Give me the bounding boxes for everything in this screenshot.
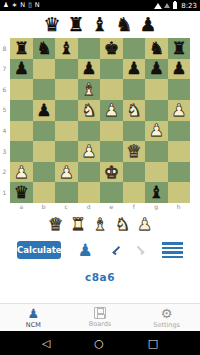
square-a8[interactable]: ♜	[10, 38, 33, 59]
square-d5[interactable]: ♞	[78, 100, 101, 121]
file-label-f: f	[123, 203, 146, 210]
square-c6[interactable]	[55, 79, 78, 100]
piece-black-bishop[interactable]: ♝	[149, 184, 164, 201]
chevron-left-icon[interactable]	[112, 246, 121, 255]
square-a7[interactable]: ♟	[10, 59, 33, 80]
piece-black-pawn[interactable]: ♟	[149, 60, 164, 77]
square-g4[interactable]: ♟	[145, 121, 168, 142]
square-e1[interactable]	[100, 182, 123, 203]
wifi-icon	[154, 3, 162, 9]
square-b6[interactable]	[33, 79, 56, 100]
square-g3[interactable]	[145, 141, 168, 162]
piece-black-queen[interactable]: ♛	[14, 184, 29, 201]
spare-white-bishop[interactable]: ♝	[92, 216, 107, 233]
square-f3[interactable]: ♛	[123, 141, 146, 162]
rank-label-1: 1	[0, 189, 9, 196]
rank-label-3: 3	[0, 148, 9, 155]
square-d3[interactable]: ♟	[78, 141, 101, 162]
square-b2[interactable]	[33, 162, 56, 183]
square-a1[interactable]: ♛	[10, 182, 33, 203]
android-nav-bar: ◁ ○ □	[0, 331, 200, 355]
square-a4[interactable]	[10, 121, 33, 142]
square-d7[interactable]: ♟	[78, 59, 101, 80]
status-bar-time: 8:23	[181, 2, 197, 10]
chevron-right-icon[interactable]	[136, 246, 145, 255]
square-a6[interactable]	[10, 79, 33, 100]
rank-label-2: 2	[0, 168, 9, 175]
square-h6[interactable]	[168, 79, 191, 100]
square-h7[interactable]: ♟	[168, 59, 191, 80]
square-b3[interactable]	[33, 141, 56, 162]
piece-white-queen[interactable]: ♛	[126, 143, 141, 160]
rank-label-4: 4	[0, 127, 9, 134]
piece-white-pawn[interactable]: ♟	[149, 122, 164, 139]
android-back-button[interactable]: ◁	[42, 338, 50, 349]
square-c1[interactable]	[55, 182, 78, 203]
piece-black-pawn[interactable]: ♟	[126, 60, 141, 77]
toolbar: Calculate ♟	[0, 239, 200, 261]
dots-notification-icon: ∗	[12, 2, 17, 9]
status-bar: ♟ ∗ N ▯ N 8:23	[0, 0, 200, 11]
piece-black-rook[interactable]: ♜	[171, 40, 186, 57]
nav-item-settings[interactable]: ⚙ Settings	[133, 304, 200, 331]
piece-black-knight[interactable]: ♞	[149, 40, 164, 57]
spare-white-knight[interactable]: ♞	[115, 216, 130, 233]
square-f6[interactable]	[123, 79, 146, 100]
rank-label-5: 5	[0, 106, 9, 113]
square-g5[interactable]	[145, 100, 168, 121]
battery-icon	[173, 2, 177, 9]
chess-board: ♜♞♝♚♞♜♟♟♟♟♟♝♟♞♟♞♟♟♟♛♟♟♚♛♝	[10, 38, 190, 203]
square-g2[interactable]	[145, 162, 168, 183]
square-c3[interactable]	[55, 141, 78, 162]
square-e4[interactable]	[100, 121, 123, 142]
nav-label-ncm: NCM	[26, 321, 41, 329]
spare-black-knight[interactable]: ♞	[116, 15, 133, 34]
square-f8[interactable]	[123, 38, 146, 59]
square-b1[interactable]	[33, 182, 56, 203]
square-d8[interactable]	[78, 38, 101, 59]
piece-black-bishop[interactable]: ♝	[59, 40, 74, 57]
save-icon	[94, 307, 106, 319]
rank-label-7: 7	[0, 65, 9, 72]
piece-white-pawn[interactable]: ♟	[59, 164, 74, 181]
piece-white-knight[interactable]: ♞	[126, 102, 141, 119]
square-h1[interactable]	[168, 182, 191, 203]
n-notification-icon-2: N	[35, 2, 40, 9]
square-g8[interactable]: ♞	[145, 38, 168, 59]
file-label-d: d	[78, 203, 101, 210]
square-c4[interactable]	[55, 121, 78, 142]
nav-label-boards: Boards	[89, 320, 112, 328]
square-e2[interactable]: ♚	[100, 162, 123, 183]
no-sim-icon	[164, 3, 170, 8]
square-h5[interactable]: ♟	[168, 100, 191, 121]
piece-white-pawn[interactable]: ♟	[14, 164, 29, 181]
nav-label-settings: Settings	[153, 321, 180, 329]
pawn-notification-icon: ♟	[3, 2, 9, 9]
square-f5[interactable]: ♞	[123, 100, 146, 121]
spare-white-queen[interactable]: ♛	[48, 216, 63, 233]
nav-item-boards[interactable]: Boards	[67, 304, 134, 331]
piece-black-pawn[interactable]: ♟	[14, 60, 29, 77]
file-label-h: h	[168, 203, 191, 210]
file-label-e: e	[100, 203, 123, 210]
square-h4[interactable]	[168, 121, 191, 142]
file-label-c: c	[55, 203, 78, 210]
spare-black-bishop[interactable]: ♝	[91, 15, 108, 34]
square-h3[interactable]	[168, 141, 191, 162]
best-move-text: c8a6	[0, 271, 200, 283]
square-a2[interactable]: ♟	[10, 162, 33, 183]
piece-black-rook[interactable]: ♜	[14, 40, 29, 57]
gear-icon: ⚙	[161, 307, 173, 320]
square-g7[interactable]: ♟	[145, 59, 168, 80]
menu-icon[interactable]	[162, 242, 183, 258]
piece-black-pawn[interactable]: ♟	[171, 60, 186, 77]
square-h8[interactable]: ♜	[168, 38, 191, 59]
square-b4[interactable]	[33, 121, 56, 142]
rank-label-6: 6	[0, 86, 9, 93]
pawn-icon: ♟	[28, 307, 40, 320]
square-c7[interactable]	[55, 59, 78, 80]
android-home-button[interactable]: ○	[94, 338, 104, 349]
square-c5[interactable]	[55, 100, 78, 121]
square-b8[interactable]: ♞	[33, 38, 56, 59]
piece-black-pawn[interactable]: ♟	[36, 102, 51, 119]
piece-white-pawn[interactable]: ♟	[171, 102, 186, 119]
square-g1[interactable]: ♝	[145, 182, 168, 203]
spare-black-pawn[interactable]: ♟	[140, 15, 157, 34]
bottom-nav: ♟ NCM Boards ⚙ Settings	[0, 303, 200, 331]
file-label-a: a	[10, 203, 33, 210]
square-f2[interactable]	[123, 162, 146, 183]
spare-tray-white: ♛♜♝♞♟	[0, 212, 200, 236]
n-notification-icon: N	[20, 2, 25, 9]
square-g6[interactable]	[145, 79, 168, 100]
spare-black-queen[interactable]: ♛	[43, 15, 60, 34]
piece-white-bishop[interactable]: ♝	[81, 81, 96, 98]
square-d2[interactable]	[78, 162, 101, 183]
rank-labels: 87654321	[0, 38, 9, 203]
status-bar-notification-icons: ♟ ∗ N ▯ N	[3, 2, 154, 9]
piece-black-king[interactable]: ♚	[104, 40, 119, 57]
square-f1[interactable]	[123, 182, 146, 203]
square-d1[interactable]	[78, 182, 101, 203]
calculate-button[interactable]: Calculate	[17, 241, 61, 259]
square-f4[interactable]	[123, 121, 146, 142]
spare-black-rook[interactable]: ♜	[67, 15, 84, 34]
piece-white-pawn[interactable]: ♟	[104, 102, 119, 119]
square-c8[interactable]: ♝	[55, 38, 78, 59]
piece-white-knight[interactable]: ♞	[81, 102, 96, 119]
file-label-b: b	[33, 203, 56, 210]
square-c2[interactable]: ♟	[55, 162, 78, 183]
square-b5[interactable]: ♟	[33, 100, 56, 121]
square-h2[interactable]	[168, 162, 191, 183]
piece-white-pawn[interactable]: ♟	[81, 143, 96, 160]
file-label-g: g	[145, 203, 168, 210]
piece-white-king[interactable]: ♚	[104, 164, 119, 181]
spare-white-pawn[interactable]: ♟	[137, 216, 152, 233]
side-to-move-pawn-icon[interactable]: ♟	[77, 242, 92, 259]
square-a3[interactable]	[10, 141, 33, 162]
square-d6[interactable]: ♝	[78, 79, 101, 100]
square-b7[interactable]	[33, 59, 56, 80]
rank-label-8: 8	[0, 45, 9, 52]
square-e7[interactable]	[100, 59, 123, 80]
square-d4[interactable]	[78, 121, 101, 142]
spare-white-rook[interactable]: ♜	[70, 216, 85, 233]
piece-black-knight[interactable]: ♞	[36, 40, 51, 57]
nav-item-ncm[interactable]: ♟ NCM	[0, 304, 67, 331]
square-e5[interactable]: ♟	[100, 100, 123, 121]
file-labels: abcdefgh	[10, 203, 190, 210]
square-f7[interactable]: ♟	[123, 59, 146, 80]
spare-tray-black: ♛♜♝♞♟	[0, 11, 200, 38]
square-e8[interactable]: ♚	[100, 38, 123, 59]
piece-black-pawn[interactable]: ♟	[81, 60, 96, 77]
storage-notification-icon: ▯	[28, 2, 32, 9]
square-e3[interactable]	[100, 141, 123, 162]
square-a5[interactable]	[10, 100, 33, 121]
square-e6[interactable]	[100, 79, 123, 100]
android-recents-button[interactable]: □	[148, 338, 158, 349]
